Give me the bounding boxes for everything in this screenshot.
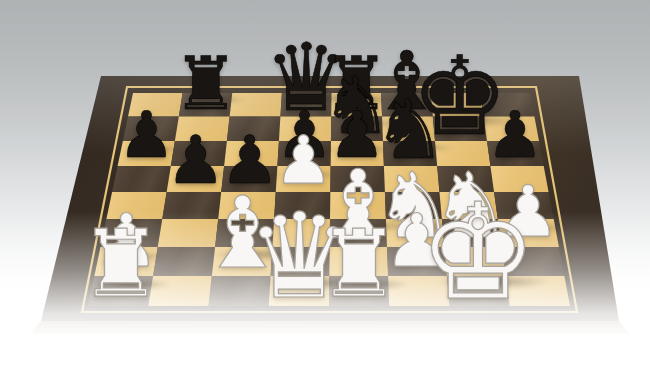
chessboard-photo: ♜♛♜♝♞♚♟♟♟♞♟♟♟♟♝♞♞♟♟♟♝♜♛♜♚ — [0, 0, 650, 365]
piece-black-rook-b8[interactable]: ♜ — [173, 47, 239, 120]
pieces-layer: ♜♛♜♝♞♚♟♟♟♞♟♟♟♟♝♞♞♟♟♟♝♜♛♜♚ — [0, 0, 650, 365]
piece-white-king-g1[interactable]: ♚ — [418, 186, 537, 319]
piece-white-rook-e1[interactable]: ♜ — [317, 218, 400, 311]
piece-white-rook-a1[interactable]: ♜ — [79, 218, 162, 311]
